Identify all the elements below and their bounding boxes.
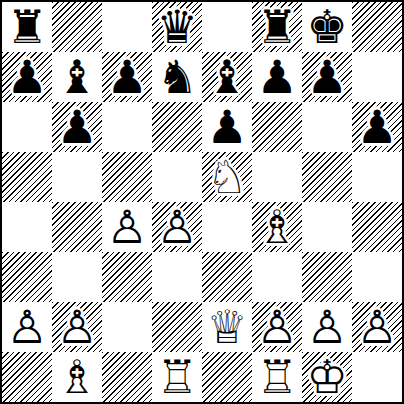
piece-outline: ♕ <box>206 304 247 350</box>
square-b4[interactable] <box>52 202 102 252</box>
square-e3[interactable] <box>202 252 252 302</box>
black-rook: ♜ <box>256 4 297 50</box>
white-bishop: ♝♗ <box>256 204 297 250</box>
square-f7[interactable]: ♟ <box>252 52 302 102</box>
white-pawn: ♟♙ <box>356 304 397 350</box>
white-pawn: ♟♙ <box>6 304 47 350</box>
square-d2[interactable] <box>152 302 202 352</box>
black-pawn: ♟ <box>356 104 397 150</box>
square-h1[interactable] <box>352 352 402 402</box>
white-rook: ♜♖ <box>156 354 197 400</box>
square-h6[interactable]: ♟ <box>352 102 402 152</box>
square-f5[interactable] <box>252 152 302 202</box>
square-d5[interactable] <box>152 152 202 202</box>
square-a7[interactable]: ♟ <box>2 52 52 102</box>
square-h2[interactable]: ♟♙ <box>352 302 402 352</box>
square-d1[interactable]: ♜♖ <box>152 352 202 402</box>
white-pawn: ♟♙ <box>56 304 97 350</box>
piece-outline: ♗ <box>256 204 297 250</box>
white-pawn: ♟♙ <box>256 304 297 350</box>
black-pawn: ♟ <box>106 54 147 100</box>
square-h7[interactable] <box>352 52 402 102</box>
square-d3[interactable] <box>152 252 202 302</box>
square-f1[interactable]: ♜♖ <box>252 352 302 402</box>
black-pawn: ♟ <box>6 54 47 100</box>
square-a8[interactable]: ♜ <box>2 2 52 52</box>
square-b3[interactable] <box>52 252 102 302</box>
square-h3[interactable] <box>352 252 402 302</box>
square-f3[interactable] <box>252 252 302 302</box>
square-a1[interactable] <box>2 352 52 402</box>
square-a4[interactable] <box>2 202 52 252</box>
black-knight: ♞ <box>156 54 197 100</box>
white-bishop: ♝♗ <box>56 354 97 400</box>
square-f2[interactable]: ♟♙ <box>252 302 302 352</box>
square-a2[interactable]: ♟♙ <box>2 302 52 352</box>
piece-outline: ♔ <box>306 354 347 400</box>
white-rook: ♜♖ <box>256 354 297 400</box>
black-king: ♚ <box>306 4 347 50</box>
black-rook: ♜ <box>6 4 47 50</box>
square-f6[interactable] <box>252 102 302 152</box>
square-b8[interactable] <box>52 2 102 52</box>
square-h4[interactable] <box>352 202 402 252</box>
black-pawn: ♟ <box>206 104 247 150</box>
square-e5[interactable]: ♞♘ <box>202 152 252 202</box>
square-e2[interactable]: ♛♕ <box>202 302 252 352</box>
square-b1[interactable]: ♝♗ <box>52 352 102 402</box>
piece-outline: ♙ <box>6 304 47 350</box>
white-queen: ♛♕ <box>206 304 247 350</box>
square-d4[interactable]: ♟♙ <box>152 202 202 252</box>
square-d8[interactable]: ♛ <box>152 2 202 52</box>
square-h8[interactable] <box>352 2 402 52</box>
square-g3[interactable] <box>302 252 352 302</box>
piece-outline: ♖ <box>156 354 197 400</box>
square-c7[interactable]: ♟ <box>102 52 152 102</box>
square-g7[interactable]: ♟ <box>302 52 352 102</box>
square-h5[interactable] <box>352 152 402 202</box>
square-f8[interactable]: ♜ <box>252 2 302 52</box>
piece-outline: ♙ <box>156 204 197 250</box>
white-king: ♚♔ <box>306 354 347 400</box>
black-pawn: ♟ <box>306 54 347 100</box>
square-a6[interactable] <box>2 102 52 152</box>
square-b6[interactable]: ♟ <box>52 102 102 152</box>
square-e7[interactable]: ♝ <box>202 52 252 102</box>
piece-outline: ♙ <box>106 204 147 250</box>
white-pawn: ♟♙ <box>156 204 197 250</box>
square-c3[interactable] <box>102 252 152 302</box>
square-e4[interactable] <box>202 202 252 252</box>
square-a3[interactable] <box>2 252 52 302</box>
square-d6[interactable] <box>152 102 202 152</box>
square-c2[interactable] <box>102 302 152 352</box>
black-bishop: ♝ <box>206 54 247 100</box>
piece-outline: ♘ <box>206 154 247 200</box>
black-pawn: ♟ <box>256 54 297 100</box>
square-a5[interactable] <box>2 152 52 202</box>
square-c4[interactable]: ♟♙ <box>102 202 152 252</box>
square-c8[interactable] <box>102 2 152 52</box>
piece-outline: ♗ <box>56 354 97 400</box>
square-g2[interactable]: ♟♙ <box>302 302 352 352</box>
square-c5[interactable] <box>102 152 152 202</box>
piece-outline: ♖ <box>256 354 297 400</box>
square-f4[interactable]: ♝♗ <box>252 202 302 252</box>
square-b5[interactable] <box>52 152 102 202</box>
square-e1[interactable] <box>202 352 252 402</box>
piece-outline: ♙ <box>56 304 97 350</box>
square-g8[interactable]: ♚ <box>302 2 352 52</box>
white-pawn: ♟♙ <box>106 204 147 250</box>
square-b7[interactable]: ♝ <box>52 52 102 102</box>
square-d7[interactable]: ♞ <box>152 52 202 102</box>
piece-outline: ♙ <box>256 304 297 350</box>
black-queen: ♛ <box>156 4 197 50</box>
square-g4[interactable] <box>302 202 352 252</box>
white-knight: ♞♘ <box>206 154 247 200</box>
chess-board: ♜♛♜♚♟♝♟♞♝♟♟♟♟♟♞♘♟♙♟♙♝♗♟♙♟♙♛♕♟♙♟♙♟♙♝♗♜♖♜♖… <box>0 0 404 404</box>
piece-outline: ♙ <box>306 304 347 350</box>
square-e8[interactable] <box>202 2 252 52</box>
piece-outline: ♙ <box>356 304 397 350</box>
square-c1[interactable] <box>102 352 152 402</box>
black-bishop: ♝ <box>56 54 97 100</box>
square-g1[interactable]: ♚♔ <box>302 352 352 402</box>
square-g6[interactable] <box>302 102 352 152</box>
black-pawn: ♟ <box>56 104 97 150</box>
square-g5[interactable] <box>302 152 352 202</box>
white-pawn: ♟♙ <box>306 304 347 350</box>
square-b2[interactable]: ♟♙ <box>52 302 102 352</box>
square-e6[interactable]: ♟ <box>202 102 252 152</box>
square-c6[interactable] <box>102 102 152 152</box>
